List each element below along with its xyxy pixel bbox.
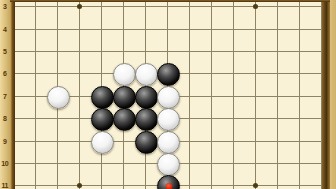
go-board: 34567891011 [0,0,336,189]
board-intersection[interactable] [245,18,267,40]
board-intersection[interactable] [69,107,91,129]
board-intersection[interactable] [179,152,201,174]
board-intersection[interactable] [69,40,91,62]
board-intersection[interactable] [267,107,289,129]
board-intersection[interactable] [223,175,245,189]
board-intersection[interactable] [25,63,47,85]
stone-black [113,86,136,109]
board-intersection[interactable] [245,40,267,62]
board-intersection[interactable] [113,175,135,189]
board-intersection[interactable] [223,63,245,85]
board-intersection[interactable] [289,85,311,107]
board-intersection[interactable] [47,107,69,129]
board-intersection[interactable] [25,175,47,189]
board-intersection[interactable] [157,18,179,40]
board-intersection[interactable] [113,152,135,174]
board-intersection[interactable] [245,85,267,107]
board-intersection[interactable] [201,152,223,174]
board-intersection[interactable] [289,107,311,129]
board-intersection[interactable] [179,107,201,129]
board-intersection[interactable] [91,152,113,174]
board-intersection[interactable] [25,18,47,40]
board-intersection[interactable] [267,175,289,189]
board-intersection[interactable] [289,130,311,152]
board-intersection[interactable] [201,63,223,85]
board-intersection[interactable] [69,85,91,107]
board-intersection[interactable] [91,175,113,189]
board-intersection[interactable] [69,152,91,174]
board-intersection[interactable] [25,130,47,152]
row-label: 9 [0,137,10,146]
board-intersection[interactable] [201,0,223,18]
board-intersection[interactable] [47,130,69,152]
board-intersection[interactable] [69,130,91,152]
board-intersection[interactable] [245,0,267,18]
board-intersection[interactable] [47,63,69,85]
stone-white [91,131,114,154]
board-intersection[interactable] [267,63,289,85]
board-intersection[interactable] [245,175,267,189]
board-intersection[interactable] [113,130,135,152]
board-intersection[interactable] [223,130,245,152]
board-frame-right [322,0,330,189]
board-intersection[interactable] [135,40,157,62]
board-intersection[interactable] [69,63,91,85]
board-intersection[interactable] [245,63,267,85]
board-intersection[interactable] [267,40,289,62]
board-intersection[interactable] [289,18,311,40]
board-intersection[interactable] [289,175,311,189]
board-intersection[interactable] [289,152,311,174]
board-intersection[interactable] [201,85,223,107]
board-intersection[interactable] [289,63,311,85]
board-intersection[interactable] [179,63,201,85]
board-intersection[interactable] [47,18,69,40]
board-intersection[interactable] [157,40,179,62]
board-intersection[interactable] [179,40,201,62]
board-intersection[interactable] [113,40,135,62]
board-intersection[interactable] [47,175,69,189]
stone-black [91,86,114,109]
board-intersection[interactable] [223,0,245,18]
stone-white [47,86,70,109]
row-label: 5 [0,47,10,56]
board-intersection[interactable] [267,18,289,40]
board-intersection[interactable] [91,18,113,40]
row-label: 4 [0,25,10,34]
board-intersection[interactable] [135,152,157,174]
row-label: 6 [0,69,10,78]
board-intersection[interactable] [47,0,69,18]
board-intersection[interactable] [201,18,223,40]
board-intersection[interactable] [179,85,201,107]
board-intersection[interactable] [135,175,157,189]
board-intersection[interactable] [267,85,289,107]
stone-white [157,153,180,176]
board-intersection[interactable] [267,0,289,18]
board-intersection[interactable] [25,152,47,174]
board-intersection[interactable] [201,107,223,129]
board-intersection[interactable] [113,18,135,40]
board-intersection[interactable] [135,18,157,40]
board-intersection[interactable] [179,0,201,18]
stone-black [157,175,180,189]
row-label: 8 [0,114,10,123]
board-intersection[interactable] [289,0,311,18]
row-label: 10 [0,159,10,168]
board-intersection[interactable] [245,152,267,174]
stone-black [135,131,158,154]
last-move-marker [165,183,172,189]
board-intersection[interactable] [223,40,245,62]
board-intersection[interactable] [245,107,267,129]
board-intersection[interactable] [69,0,91,18]
board-intersection[interactable] [179,18,201,40]
board-intersection[interactable] [289,40,311,62]
board-intersection[interactable] [91,40,113,62]
board-intersection[interactable] [267,130,289,152]
board-intersection[interactable] [113,0,135,18]
board-frame-top [10,0,330,2]
board-intersection[interactable] [201,40,223,62]
board-intersection[interactable] [25,107,47,129]
board-intersection[interactable] [69,18,91,40]
row-label: 7 [0,92,10,101]
row-label: 11 [0,181,10,189]
board-intersection[interactable] [157,0,179,18]
board-intersection[interactable] [179,175,201,189]
board-intersection[interactable] [201,175,223,189]
stone-white [157,86,180,109]
board-intersection[interactable] [223,152,245,174]
board-intersection[interactable] [91,0,113,18]
stone-black [135,86,158,109]
board-intersection[interactable] [47,40,69,62]
board-intersection[interactable] [179,130,201,152]
board-intersection[interactable] [25,40,47,62]
board-intersection[interactable] [223,85,245,107]
board-intersection[interactable] [47,152,69,174]
board-intersection[interactable] [135,0,157,18]
board-intersection[interactable] [25,0,47,18]
board-intersection[interactable] [201,130,223,152]
board-intersection[interactable] [69,175,91,189]
row-label: 3 [0,2,10,11]
board-intersection[interactable] [223,18,245,40]
board-frame-left [10,0,15,189]
board-intersection[interactable] [91,63,113,85]
board-intersection[interactable] [267,152,289,174]
stone-white [157,131,180,154]
board-intersection[interactable] [25,85,47,107]
board-intersection[interactable] [245,130,267,152]
right-edge-strip [330,0,336,189]
board-intersection[interactable] [223,107,245,129]
